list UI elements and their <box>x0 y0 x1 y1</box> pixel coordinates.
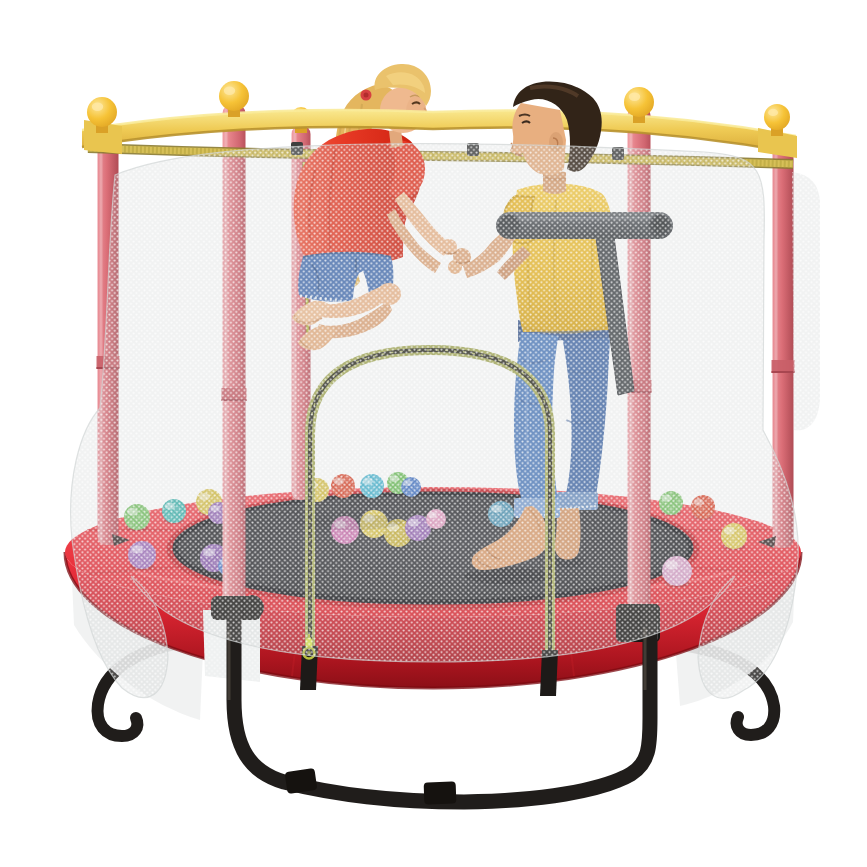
safety-net <box>40 130 830 730</box>
ground-foot-right <box>424 781 457 804</box>
girl-hair-tie-center <box>364 93 369 98</box>
scene-canvas <box>0 0 867 867</box>
ground-foot-left <box>285 768 318 794</box>
trampoline-product-photo <box>0 0 867 867</box>
